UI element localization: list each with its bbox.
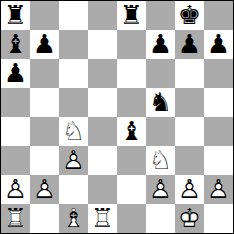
square-e6[interactable] [117,59,146,88]
square-c8[interactable] [59,1,88,30]
square-b3[interactable] [30,146,59,175]
square-c1[interactable]: ♝♗ [59,204,88,233]
piece-white-pawn: ♟♙ [204,175,233,204]
square-g4[interactable] [175,117,204,146]
piece-black-pawn: ♟ [1,59,30,88]
square-h5[interactable] [204,88,233,117]
square-a6[interactable]: ♟ [1,59,30,88]
piece-outline-layer: ♘ [146,146,175,175]
square-d6[interactable] [88,59,117,88]
piece-glyph: ♚ [175,1,204,30]
square-d8[interactable] [88,1,117,30]
square-g7[interactable]: ♟ [175,30,204,59]
piece-white-rook: ♜♖ [1,204,30,233]
piece-white-rook: ♜♖ [88,204,117,233]
piece-black-rook: ♜ [117,1,146,30]
piece-outline-layer: ♙ [175,175,204,204]
piece-white-pawn: ♟♙ [146,175,175,204]
piece-outline-layer: ♔ [175,204,204,233]
square-g2[interactable]: ♟♙ [175,175,204,204]
square-b1[interactable] [30,204,59,233]
piece-white-king: ♚♔ [175,204,204,233]
square-b4[interactable] [30,117,59,146]
square-e1[interactable] [117,204,146,233]
square-e3[interactable] [117,146,146,175]
square-e5[interactable] [117,88,146,117]
square-d2[interactable] [88,175,117,204]
piece-glyph: ♝ [117,117,146,146]
square-e8[interactable]: ♜ [117,1,146,30]
square-c5[interactable] [59,88,88,117]
square-e7[interactable] [117,30,146,59]
piece-glyph: ♟ [146,30,175,59]
piece-glyph: ♜ [117,1,146,30]
square-a2[interactable]: ♟♙ [1,175,30,204]
square-a8[interactable]: ♜ [1,1,30,30]
piece-black-pawn: ♟ [175,30,204,59]
square-h4[interactable] [204,117,233,146]
piece-outline-layer: ♗ [59,204,88,233]
piece-black-pawn: ♟ [30,30,59,59]
piece-white-knight: ♞♘ [59,117,88,146]
piece-outline-layer: ♙ [59,146,88,175]
square-f7[interactable]: ♟ [146,30,175,59]
square-a3[interactable] [1,146,30,175]
piece-black-pawn: ♟ [146,30,175,59]
piece-glyph: ♟ [175,30,204,59]
square-f6[interactable] [146,59,175,88]
piece-outline-layer: ♙ [146,175,175,204]
piece-white-knight: ♞♘ [146,146,175,175]
piece-white-pawn: ♟♙ [30,175,59,204]
square-g6[interactable] [175,59,204,88]
piece-outline-layer: ♙ [30,175,59,204]
piece-black-bishop: ♝ [117,117,146,146]
square-h3[interactable] [204,146,233,175]
square-b6[interactable] [30,59,59,88]
square-h7[interactable]: ♟ [204,30,233,59]
piece-black-pawn: ♟ [204,30,233,59]
square-h1[interactable] [204,204,233,233]
piece-glyph: ♜ [1,1,30,30]
square-e2[interactable] [117,175,146,204]
square-f3[interactable]: ♞♘ [146,146,175,175]
square-a1[interactable]: ♜♖ [1,204,30,233]
square-b7[interactable]: ♟ [30,30,59,59]
square-g3[interactable] [175,146,204,175]
piece-glyph: ♟ [30,30,59,59]
square-c6[interactable] [59,59,88,88]
square-b8[interactable] [30,1,59,30]
square-c3[interactable]: ♟♙ [59,146,88,175]
piece-white-bishop: ♝♗ [59,204,88,233]
square-a4[interactable] [1,117,30,146]
piece-black-bishop: ♝ [1,30,30,59]
square-g5[interactable] [175,88,204,117]
square-f1[interactable] [146,204,175,233]
square-b2[interactable]: ♟♙ [30,175,59,204]
square-c4[interactable]: ♞♘ [59,117,88,146]
square-d1[interactable]: ♜♖ [88,204,117,233]
square-f8[interactable] [146,1,175,30]
piece-black-knight: ♞ [146,88,175,117]
piece-outline-layer: ♖ [1,204,30,233]
square-g1[interactable]: ♚♔ [175,204,204,233]
square-g8[interactable]: ♚ [175,1,204,30]
piece-white-pawn: ♟♙ [59,146,88,175]
piece-glyph: ♝ [1,30,30,59]
square-f2[interactable]: ♟♙ [146,175,175,204]
chess-board: ♜♜♚♝♟♟♟♟♟♞♞♘♝♟♙♞♘♟♙♟♙♟♙♟♙♟♙♜♖♝♗♜♖♚♔ [0,0,234,234]
square-c2[interactable] [59,175,88,204]
square-e4[interactable]: ♝ [117,117,146,146]
piece-black-king: ♚ [175,1,204,30]
piece-white-pawn: ♟♙ [1,175,30,204]
square-h2[interactable]: ♟♙ [204,175,233,204]
piece-outline-layer: ♙ [204,175,233,204]
square-f4[interactable] [146,117,175,146]
square-h8[interactable] [204,1,233,30]
square-d3[interactable] [88,146,117,175]
piece-glyph: ♟ [1,59,30,88]
piece-outline-layer: ♘ [59,117,88,146]
piece-white-pawn: ♟♙ [175,175,204,204]
piece-glyph: ♞ [146,88,175,117]
piece-outline-layer: ♙ [1,175,30,204]
square-d5[interactable] [88,88,117,117]
piece-glyph: ♟ [204,30,233,59]
square-b5[interactable] [30,88,59,117]
square-f5[interactable]: ♞ [146,88,175,117]
piece-outline-layer: ♖ [88,204,117,233]
square-d7[interactable] [88,30,117,59]
square-d4[interactable] [88,117,117,146]
piece-black-rook: ♜ [1,1,30,30]
square-c7[interactable] [59,30,88,59]
square-a7[interactable]: ♝ [1,30,30,59]
square-a5[interactable] [1,88,30,117]
square-h6[interactable] [204,59,233,88]
